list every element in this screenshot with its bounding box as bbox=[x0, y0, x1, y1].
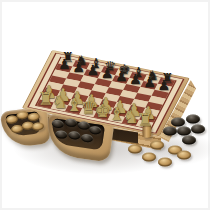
checker-light[interactable] bbox=[142, 153, 156, 162]
checker-dark[interactable] bbox=[186, 115, 200, 124]
checker-light[interactable] bbox=[177, 151, 191, 160]
checker-dark[interactable] bbox=[191, 125, 205, 134]
checker-dark[interactable] bbox=[177, 127, 191, 136]
checker-dark[interactable] bbox=[171, 118, 185, 127]
checker-light[interactable] bbox=[150, 141, 164, 150]
piece-black-p[interactable]: ♟ bbox=[158, 77, 171, 91]
piece-black-p[interactable]: ♟ bbox=[143, 75, 156, 89]
piece-black-p[interactable]: ♟ bbox=[58, 57, 71, 71]
piece-white-r[interactable]: ♜ bbox=[137, 110, 153, 128]
checker-light[interactable] bbox=[158, 158, 172, 167]
checker-light[interactable] bbox=[128, 145, 142, 154]
piece-black-p[interactable]: ♟ bbox=[129, 72, 142, 86]
piece-black-p[interactable]: ♟ bbox=[87, 63, 100, 77]
product-photo-chess-checkers-set: ♜♞♝♛♚♝♞♜♟♟♟♟♟♟♟♟♟♟♟♟♟♟♟♟♜♞♝♛♚♝♞♜ bbox=[0, 0, 210, 210]
checker-dark[interactable] bbox=[163, 127, 177, 136]
checker-dark[interactable] bbox=[182, 136, 196, 145]
checker-light-in-tray[interactable] bbox=[32, 122, 45, 131]
piece-black-p[interactable]: ♟ bbox=[72, 60, 85, 74]
piece-black-p[interactable]: ♟ bbox=[101, 66, 114, 80]
piece-black-p[interactable]: ♟ bbox=[115, 69, 128, 83]
